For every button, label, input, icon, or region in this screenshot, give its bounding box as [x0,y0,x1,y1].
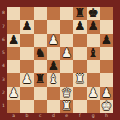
piece-white-pawn[interactable]: ♟ [101,87,112,100]
square-a3[interactable] [7,73,20,86]
square-b8[interactable] [20,7,33,20]
file-label-g: g [92,114,95,119]
piece-white-pawn[interactable]: ♟ [8,87,19,100]
square-b2[interactable] [20,87,33,100]
square-a6[interactable]: ♟ [7,34,20,47]
square-d1[interactable] [47,100,60,113]
square-g4[interactable] [87,60,100,73]
square-d8[interactable] [47,7,60,20]
piece-white-rook[interactable]: ♜ [74,73,85,86]
square-f3[interactable]: ♜ [73,73,86,86]
piece-black-pawn[interactable]: ♟ [21,20,32,33]
square-h6[interactable]: ♟ [100,34,113,47]
square-b4[interactable] [20,60,33,73]
rank-label-3: 3 [2,78,5,83]
piece-black-rook[interactable]: ♜ [35,73,46,86]
square-b6[interactable] [20,34,33,47]
square-g1[interactable] [87,100,100,113]
rank-label-2: 2 [2,91,5,96]
file-label-e: e [65,114,68,119]
piece-black-pawn[interactable]: ♟ [101,34,112,47]
square-a5[interactable] [7,47,20,60]
square-c3[interactable]: ♜ [34,73,47,86]
piece-black-pawn[interactable]: ♟ [74,20,85,33]
chess-board: ♜♚♟♟♟♟♟♟♞♟♝♟♟♜♝♜♟♛♟♟♜♚ [7,7,113,113]
square-d3[interactable]: ♝ [47,73,60,86]
square-f8[interactable]: ♜ [73,7,86,20]
square-e8[interactable] [60,7,73,20]
piece-white-bishop[interactable]: ♝ [48,73,59,86]
piece-white-queen[interactable]: ♛ [61,87,72,100]
square-g7[interactable]: ♟ [87,20,100,33]
square-e6[interactable] [60,34,73,47]
piece-black-pawn[interactable]: ♟ [88,20,99,33]
piece-black-pawn[interactable]: ♟ [8,34,19,47]
piece-black-rook[interactable]: ♜ [74,7,85,20]
square-b1[interactable] [20,100,33,113]
square-f2[interactable] [73,87,86,100]
square-f5[interactable] [73,47,86,60]
square-a4[interactable] [7,60,20,73]
square-f1[interactable] [73,100,86,113]
square-e4[interactable] [60,60,73,73]
piece-black-knight[interactable]: ♞ [35,47,46,60]
square-g3[interactable] [87,73,100,86]
square-e5[interactable]: ♟ [60,47,73,60]
square-g8[interactable]: ♚ [87,7,100,20]
chess-board-frame: 87654321 abcdefgh ♜♚♟♟♟♟♟♟♞♟♝♟♟♜♝♜♟♛♟♟♜♚ [0,0,120,120]
square-e7[interactable] [60,20,73,33]
file-label-h: h [105,114,108,119]
square-h3[interactable] [100,73,113,86]
square-d5[interactable] [47,47,60,60]
rank-labels: 87654321 [0,7,7,113]
rank-label-6: 6 [2,38,5,43]
piece-white-pawn[interactable]: ♟ [61,47,72,60]
square-d2[interactable] [47,87,60,100]
square-h7[interactable] [100,20,113,33]
square-a7[interactable] [7,20,20,33]
square-c5[interactable]: ♞ [34,47,47,60]
square-f7[interactable]: ♟ [73,20,86,33]
rank-label-7: 7 [2,25,5,30]
square-b3[interactable]: ♟ [20,73,33,86]
square-e2[interactable]: ♛ [60,87,73,100]
square-f6[interactable] [73,34,86,47]
square-c2[interactable] [34,87,47,100]
square-g6[interactable] [87,34,100,47]
square-g5[interactable]: ♝ [87,47,100,60]
piece-black-king[interactable]: ♚ [88,7,99,20]
file-labels: abcdefgh [7,113,113,120]
square-h8[interactable] [100,7,113,20]
square-c7[interactable] [34,20,47,33]
rank-label-5: 5 [2,51,5,56]
rank-label-8: 8 [2,11,5,16]
rank-label-1: 1 [2,104,5,109]
file-label-b: b [25,114,28,119]
piece-white-pawn[interactable]: ♟ [88,87,99,100]
square-b7[interactable]: ♟ [20,20,33,33]
square-e3[interactable] [60,73,73,86]
file-label-d: d [52,114,55,119]
square-f4[interactable] [73,60,86,73]
square-h2[interactable]: ♟ [100,87,113,100]
file-label-f: f [79,114,81,119]
square-h5[interactable] [100,47,113,60]
piece-black-bishop[interactable]: ♝ [88,47,99,60]
square-b5[interactable] [20,47,33,60]
piece-white-king[interactable]: ♚ [101,100,112,113]
piece-black-pawn[interactable]: ♟ [48,60,59,73]
square-d7[interactable] [47,20,60,33]
piece-white-rook[interactable]: ♜ [61,100,72,113]
file-label-a: a [12,114,15,119]
piece-white-pawn[interactable]: ♟ [48,34,59,47]
piece-white-pawn[interactable]: ♟ [21,73,32,86]
square-d6[interactable]: ♟ [47,34,60,47]
square-g2[interactable]: ♟ [87,87,100,100]
square-e1[interactable]: ♜ [60,100,73,113]
square-c8[interactable] [34,7,47,20]
square-c6[interactable] [34,34,47,47]
square-c1[interactable] [34,100,47,113]
square-h4[interactable] [100,60,113,73]
rank-label-4: 4 [2,64,5,69]
square-a1[interactable] [7,100,20,113]
square-d4[interactable]: ♟ [47,60,60,73]
square-a2[interactable]: ♟ [7,87,20,100]
file-label-c: c [39,114,41,119]
square-c4[interactable] [34,60,47,73]
square-a8[interactable] [7,7,20,20]
square-h1[interactable]: ♚ [100,100,113,113]
